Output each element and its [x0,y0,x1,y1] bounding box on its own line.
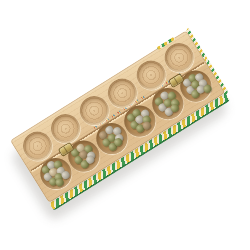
mancala-board [10,30,230,211]
photo-background [0,0,250,250]
